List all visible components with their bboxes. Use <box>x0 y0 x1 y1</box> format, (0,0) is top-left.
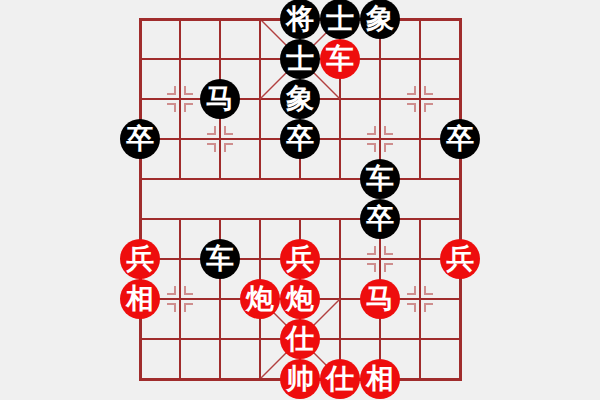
red-soldier[interactable]: 兵 <box>440 239 480 279</box>
red-advisor[interactable]: 仕 <box>320 359 360 399</box>
xiangqi-board[interactable]: 将士象士车马象卒卒卒车卒兵车兵兵相炮炮马仕帅仕相 <box>0 0 600 400</box>
red-soldier[interactable]: 兵 <box>120 239 160 279</box>
black-soldier[interactable]: 卒 <box>120 119 160 159</box>
black-chariot[interactable]: 车 <box>200 239 240 279</box>
pieces-layer: 将士象士车马象卒卒卒车卒兵车兵兵相炮炮马仕帅仕相 <box>0 0 600 400</box>
black-advisor[interactable]: 士 <box>320 0 360 39</box>
black-soldier[interactable]: 卒 <box>440 119 480 159</box>
red-advisor[interactable]: 仕 <box>280 319 320 359</box>
black-general[interactable]: 将 <box>280 0 320 39</box>
red-cannon[interactable]: 炮 <box>240 279 280 319</box>
red-elephant[interactable]: 相 <box>360 359 400 399</box>
black-soldier[interactable]: 卒 <box>360 199 400 239</box>
black-elephant[interactable]: 象 <box>360 0 400 39</box>
black-horse[interactable]: 马 <box>200 79 240 119</box>
red-chariot[interactable]: 车 <box>320 39 360 79</box>
black-elephant[interactable]: 象 <box>280 79 320 119</box>
red-elephant[interactable]: 相 <box>120 279 160 319</box>
red-soldier[interactable]: 兵 <box>280 239 320 279</box>
red-general[interactable]: 帅 <box>280 359 320 399</box>
red-horse[interactable]: 马 <box>360 279 400 319</box>
black-soldier[interactable]: 卒 <box>280 119 320 159</box>
black-advisor[interactable]: 士 <box>280 39 320 79</box>
red-cannon[interactable]: 炮 <box>280 279 320 319</box>
black-chariot[interactable]: 车 <box>360 159 400 199</box>
